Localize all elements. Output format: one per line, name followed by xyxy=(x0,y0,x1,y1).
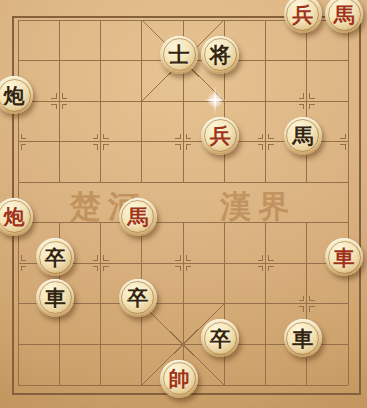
point-marker xyxy=(269,134,274,139)
piece-glyph: 将 xyxy=(210,44,231,65)
point-marker xyxy=(310,93,315,98)
piece-glyph: 兵 xyxy=(210,125,231,146)
piece-glyph: 炮 xyxy=(4,206,25,227)
point-marker xyxy=(62,93,67,98)
point-marker xyxy=(104,134,109,139)
piece-black-advisor[interactable]: 士 xyxy=(160,36,198,74)
point-marker xyxy=(340,145,345,150)
point-marker xyxy=(186,134,191,139)
point-marker xyxy=(21,255,26,260)
piece-glyph: 兵 xyxy=(292,4,313,25)
piece-red-general[interactable]: 帥 xyxy=(160,360,198,398)
piece-black-soldier[interactable]: 卒 xyxy=(36,238,74,276)
point-marker xyxy=(93,145,98,150)
piece-glyph: 卒 xyxy=(210,328,231,349)
piece-glyph: 車 xyxy=(334,247,355,268)
point-marker xyxy=(93,134,98,139)
point-marker xyxy=(269,266,274,271)
piece-glyph: 卒 xyxy=(45,247,66,268)
point-marker xyxy=(310,307,315,312)
piece-black-soldier[interactable]: 卒 xyxy=(201,319,239,357)
point-marker xyxy=(186,145,191,150)
point-marker xyxy=(175,145,180,150)
point-marker xyxy=(51,93,56,98)
point-marker xyxy=(258,266,263,271)
point-marker xyxy=(299,93,304,98)
point-marker xyxy=(51,104,56,109)
point-marker xyxy=(21,134,26,139)
point-marker xyxy=(175,266,180,271)
point-marker xyxy=(93,266,98,271)
point-marker xyxy=(269,145,274,150)
piece-glyph: 卒 xyxy=(127,287,148,308)
point-marker xyxy=(310,296,315,301)
point-marker xyxy=(175,134,180,139)
point-marker xyxy=(258,145,263,150)
piece-glyph: 馬 xyxy=(292,125,313,146)
point-marker xyxy=(186,255,191,260)
point-marker xyxy=(104,145,109,150)
point-marker xyxy=(299,307,304,312)
point-marker xyxy=(299,104,304,109)
piece-glyph: 車 xyxy=(45,287,66,308)
point-marker xyxy=(340,134,345,139)
piece-glyph: 馬 xyxy=(127,206,148,227)
piece-glyph: 士 xyxy=(169,44,190,65)
xiangqi-board: 楚河 漢界 兵馬士将炮兵馬炮馬卒車車卒卒車帥 xyxy=(0,0,367,408)
point-marker xyxy=(269,255,274,260)
point-marker xyxy=(104,255,109,260)
point-marker xyxy=(258,255,263,260)
river-label-right: 漢界 xyxy=(219,188,296,224)
piece-black-chariot[interactable]: 車 xyxy=(36,279,74,317)
piece-glyph: 馬 xyxy=(334,4,355,25)
piece-red-soldier[interactable]: 兵 xyxy=(201,117,239,155)
point-marker xyxy=(21,145,26,150)
piece-black-soldier[interactable]: 卒 xyxy=(119,279,157,317)
piece-glyph: 炮 xyxy=(4,85,25,106)
piece-glyph: 車 xyxy=(292,328,313,349)
point-marker xyxy=(104,266,109,271)
piece-red-chariot[interactable]: 車 xyxy=(325,238,363,276)
point-marker xyxy=(62,104,67,109)
piece-glyph: 帥 xyxy=(169,368,190,389)
point-marker xyxy=(186,266,191,271)
piece-red-horse[interactable]: 馬 xyxy=(119,198,157,236)
point-marker xyxy=(21,266,26,271)
piece-black-horse[interactable]: 馬 xyxy=(284,117,322,155)
point-marker xyxy=(93,255,98,260)
piece-black-general[interactable]: 将 xyxy=(201,36,239,74)
point-marker xyxy=(310,104,315,109)
point-marker xyxy=(299,296,304,301)
point-marker xyxy=(258,134,263,139)
piece-black-chariot[interactable]: 車 xyxy=(284,319,322,357)
point-marker xyxy=(175,255,180,260)
